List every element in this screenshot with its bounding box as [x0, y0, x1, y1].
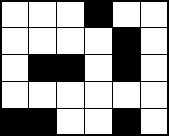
open-cell-r3c1[interactable]	[2, 55, 28, 80]
blocked-cell-r3c5[interactable]	[113, 55, 139, 80]
open-cell-r1c5[interactable]	[113, 2, 139, 27]
open-cell-r5c4[interactable]	[85, 109, 111, 134]
open-cell-r2c3[interactable]	[57, 28, 83, 53]
open-cell-r2c4[interactable]	[85, 28, 111, 53]
open-cell-r2c1[interactable]	[2, 28, 28, 53]
open-cell-r4c5[interactable]	[113, 82, 139, 107]
blocked-cell-r3c2[interactable]	[29, 55, 55, 80]
blocked-cell-r5c2[interactable]	[29, 109, 55, 134]
puzzle-board	[0, 0, 169, 136]
puzzle-grid	[0, 0, 169, 136]
blocked-cell-r5c5[interactable]	[113, 109, 139, 134]
blocked-cell-r2c5[interactable]	[113, 28, 139, 53]
open-cell-r5c3[interactable]	[57, 109, 83, 134]
open-cell-r5c6[interactable]	[141, 109, 167, 134]
blocked-cell-r3c3[interactable]	[57, 55, 83, 80]
open-cell-r2c2[interactable]	[29, 28, 55, 53]
open-cell-r2c6[interactable]	[141, 28, 167, 53]
open-cell-r4c6[interactable]	[141, 82, 167, 107]
blocked-cell-r1c4[interactable]	[85, 2, 111, 27]
open-cell-r1c2[interactable]	[29, 2, 55, 27]
open-cell-r1c6[interactable]	[141, 2, 167, 27]
open-cell-r3c4[interactable]	[85, 55, 111, 80]
open-cell-r1c1[interactable]	[2, 2, 28, 27]
open-cell-r4c2[interactable]	[29, 82, 55, 107]
open-cell-r4c3[interactable]	[57, 82, 83, 107]
open-cell-r4c4[interactable]	[85, 82, 111, 107]
blocked-cell-r5c1[interactable]	[2, 109, 28, 134]
open-cell-r3c6[interactable]	[141, 55, 167, 80]
open-cell-r1c3[interactable]	[57, 2, 83, 27]
open-cell-r4c1[interactable]	[2, 82, 28, 107]
